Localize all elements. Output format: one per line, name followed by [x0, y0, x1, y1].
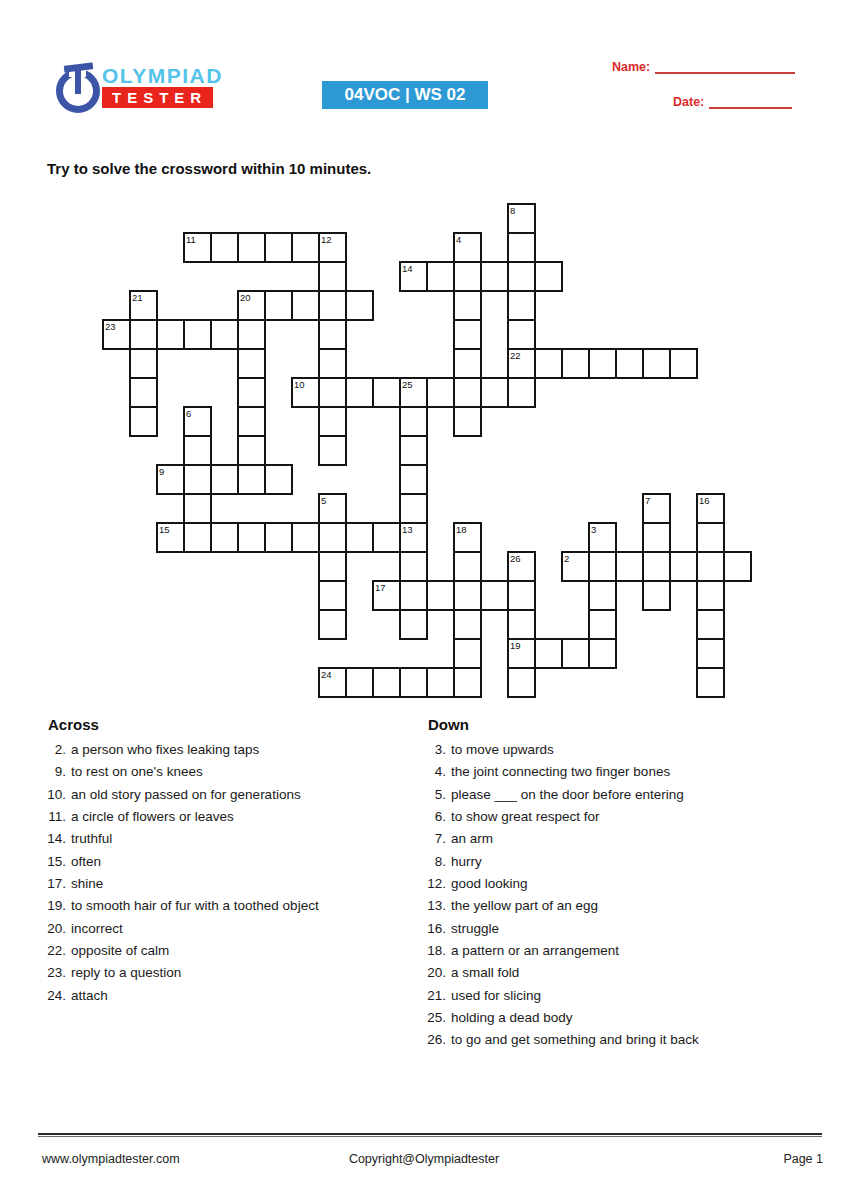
name-blank-line — [655, 59, 795, 74]
clue-item-25: 25.holding a dead body — [424, 1009, 814, 1031]
clue-text: a pattern or an arrangement — [451, 942, 619, 960]
cell-number-24: 24 — [321, 670, 332, 680]
clue-number: 23. — [44, 964, 66, 982]
clue-text: hurry — [451, 853, 482, 871]
clue-number: 19. — [44, 897, 66, 915]
grid-cell-r14c8[interactable] — [318, 609, 347, 640]
cell-number-17: 17 — [375, 583, 386, 593]
grid-cell-r1c7[interactable] — [291, 232, 320, 263]
grid-cell-r16c10[interactable] — [372, 667, 401, 698]
clue-item-24: 24.attach — [44, 987, 434, 1009]
grid-cell-r11c5[interactable] — [237, 522, 266, 553]
down-heading: Down — [428, 716, 469, 733]
logo-text-olympiad: OLYMPIAD — [102, 64, 223, 88]
clue-text: opposite of calm — [71, 942, 169, 960]
grid-cell-r6c14[interactable] — [480, 377, 509, 408]
across-heading: Across — [48, 716, 99, 733]
cell-number-20: 20 — [240, 293, 251, 303]
grid-cell-r11c10[interactable] — [372, 522, 401, 553]
clue-item-2: 2.a person who fixes leaking taps — [44, 741, 434, 763]
cell-number-11: 11 — [186, 235, 196, 245]
clue-item-13: 13.the yellow part of an egg — [424, 897, 814, 919]
grid-cell-r11c4[interactable] — [210, 522, 239, 553]
clue-text: an arm — [451, 830, 493, 848]
down-clue-list: 3.to move upwards4.the joint connecting … — [424, 741, 814, 1054]
grid-cell-r7c11[interactable] — [399, 406, 428, 437]
grid-cell-r3c9[interactable] — [345, 290, 374, 321]
grid-cell-r16c22[interactable] — [696, 667, 725, 698]
grid-cell-r5c8[interactable] — [318, 348, 347, 379]
grid-cell-r6c5[interactable] — [237, 377, 266, 408]
grid-cell-r7c1[interactable] — [129, 406, 158, 437]
logo-text-tester: TESTER — [102, 87, 213, 108]
grid-cell-r2c8[interactable] — [318, 261, 347, 292]
grid-cell-r10c3[interactable] — [183, 493, 212, 524]
grid-cell-r11c3[interactable] — [183, 522, 212, 553]
clue-number: 24. — [44, 987, 66, 1005]
grid-cell-r5c18[interactable] — [588, 348, 617, 379]
cell-number-8: 8 — [510, 206, 515, 216]
cell-number-2: 2 — [564, 554, 569, 564]
grid-cell-r3c7[interactable] — [291, 290, 320, 321]
cell-number-14: 14 — [402, 264, 413, 274]
grid-cell-r3c15[interactable] — [507, 290, 536, 321]
worksheet-code-badge: 04VOC | WS 02 — [322, 81, 488, 109]
cell-number-13: 13 — [402, 525, 413, 535]
clue-text: struggle — [451, 920, 499, 938]
clue-text: shine — [71, 875, 103, 893]
footer-copyright: Copyright@Olympiadtester — [0, 1152, 848, 1166]
grid-cell-r13c20[interactable] — [642, 580, 671, 611]
cell-number-21: 21 — [132, 293, 143, 303]
clue-item-6: 6.to show great respect for — [424, 808, 814, 830]
clue-text: the joint connecting two finger bones — [451, 763, 670, 781]
grid-cell-r12c13[interactable] — [453, 551, 482, 582]
footer-page-number: Page 1 — [783, 1152, 823, 1166]
grid-cell-r10c11[interactable] — [399, 493, 428, 524]
grid-cell-r12c23[interactable] — [723, 551, 752, 582]
grid-cell-r2c15[interactable] — [507, 261, 536, 292]
grid-cell-r6c15[interactable] — [507, 377, 536, 408]
grid-cell-r9c5[interactable] — [237, 464, 266, 495]
clue-item-17: 17.shine — [44, 875, 434, 897]
grid-cell-r2c14[interactable] — [480, 261, 509, 292]
cell-number-7: 7 — [645, 496, 650, 506]
cell-number-25: 25 — [402, 380, 413, 390]
grid-cell-r12c20[interactable] — [642, 551, 671, 582]
grid-cell-r13c8[interactable] — [318, 580, 347, 611]
cell-number-26: 26 — [510, 554, 521, 564]
clue-item-22: 22.opposite of calm — [44, 942, 434, 964]
clue-text: to show great respect for — [451, 808, 600, 826]
cell-number-18: 18 — [456, 525, 467, 535]
clue-number: 4. — [424, 763, 446, 781]
grid-cell-r14c22[interactable] — [696, 609, 725, 640]
grid-cell-r9c4[interactable] — [210, 464, 239, 495]
grid-cell-r14c11[interactable] — [399, 609, 428, 640]
grid-cell-r6c1[interactable] — [129, 377, 158, 408]
grid-cell-r16c11[interactable] — [399, 667, 428, 698]
grid-cell-r6c9[interactable] — [345, 377, 374, 408]
name-field: Name: — [612, 59, 795, 74]
grid-cell-r1c15[interactable] — [507, 232, 536, 263]
clue-text: reply to a question — [71, 964, 181, 982]
clue-item-8: 8.hurry — [424, 853, 814, 875]
grid-cell-r14c15[interactable] — [507, 609, 536, 640]
clue-text: a circle of flowers or leaves — [71, 808, 234, 826]
clue-item-21: 21.used for slicing — [424, 987, 814, 1009]
cell-number-10: 10 — [294, 380, 305, 390]
grid-cell-r7c8[interactable] — [318, 406, 347, 437]
grid-cell-r15c16[interactable] — [534, 638, 563, 669]
grid-cell-r14c13[interactable] — [453, 609, 482, 640]
clue-text: a person who fixes leaking taps — [71, 741, 259, 759]
date-blank-line — [709, 94, 792, 109]
grid-cell-r12c8[interactable] — [318, 551, 347, 582]
grid-cell-r1c5[interactable] — [237, 232, 266, 263]
grid-cell-r11c8[interactable] — [318, 522, 347, 553]
grid-cell-r5c13[interactable] — [453, 348, 482, 379]
cell-number-16: 16 — [699, 496, 710, 506]
clue-number: 25. — [424, 1009, 446, 1027]
clue-number: 10. — [44, 786, 66, 804]
grid-cell-r2c13[interactable] — [453, 261, 482, 292]
grid-cell-r6c13[interactable] — [453, 377, 482, 408]
grid-cell-r13c12[interactable] — [426, 580, 455, 611]
clue-text: often — [71, 853, 101, 871]
clue-item-26: 26.to go and get something and bring it … — [424, 1031, 814, 1053]
clue-text: incorrect — [71, 920, 123, 938]
grid-cell-r13c22[interactable] — [696, 580, 725, 611]
grid-cell-r5c21[interactable] — [669, 348, 698, 379]
clue-number: 6. — [424, 808, 446, 826]
grid-cell-r5c20[interactable] — [642, 348, 671, 379]
grid-cell-r12c19[interactable] — [615, 551, 644, 582]
clue-item-16: 16.struggle — [424, 920, 814, 942]
grid-cell-r4c3[interactable] — [183, 319, 212, 350]
clue-item-14: 14.truthful — [44, 830, 434, 852]
grid-cell-r16c9[interactable] — [345, 667, 374, 698]
olympiadtester-logo: OLYMPIAD TESTER — [56, 62, 246, 116]
clue-item-20: 20.incorrect — [44, 920, 434, 942]
grid-cell-r5c19[interactable] — [615, 348, 644, 379]
clue-number: 21. — [424, 987, 446, 1005]
grid-cell-r4c2[interactable] — [156, 319, 185, 350]
grid-cell-r13c14[interactable] — [480, 580, 509, 611]
clue-number: 18. — [424, 942, 446, 960]
grid-cell-r9c6[interactable] — [264, 464, 293, 495]
clue-item-20: 20.a small fold — [424, 964, 814, 986]
clue-number: 17. — [44, 875, 66, 893]
clue-text: to rest on one's knees — [71, 763, 203, 781]
grid-cell-r2c12[interactable] — [426, 261, 455, 292]
clue-item-7: 7.an arm — [424, 830, 814, 852]
clue-item-18: 18.a pattern or an arrangement — [424, 942, 814, 964]
grid-cell-r13c11[interactable] — [399, 580, 428, 611]
cell-number-9: 9 — [159, 467, 164, 477]
date-label: Date: — [673, 95, 704, 109]
clue-number: 22. — [44, 942, 66, 960]
grid-cell-r15c17[interactable] — [561, 638, 590, 669]
grid-cell-r4c15[interactable] — [507, 319, 536, 350]
clue-text: to go and get something and bring it bac… — [451, 1031, 699, 1049]
clue-item-12: 12.good looking — [424, 875, 814, 897]
grid-cell-r15c22[interactable] — [696, 638, 725, 669]
grid-cell-r12c18[interactable] — [588, 551, 617, 582]
grid-cell-r6c8[interactable] — [318, 377, 347, 408]
grid-cell-r16c15[interactable] — [507, 667, 536, 698]
crossword-grid: 8111241421202322102569571615131832621719… — [102, 203, 754, 701]
clue-number: 16. — [424, 920, 446, 938]
grid-cell-r16c13[interactable] — [453, 667, 482, 698]
grid-cell-r3c6[interactable] — [264, 290, 293, 321]
clue-text: the yellow part of an egg — [451, 897, 598, 915]
clue-text: truthful — [71, 830, 112, 848]
grid-cell-r4c13[interactable] — [453, 319, 482, 350]
grid-cell-r12c22[interactable] — [696, 551, 725, 582]
grid-cell-r2c16[interactable] — [534, 261, 563, 292]
cell-number-15: 15 — [159, 525, 170, 535]
cell-number-19: 19 — [510, 641, 521, 651]
clue-item-4: 4.the joint connecting two finger bones — [424, 763, 814, 785]
clue-number: 15. — [44, 853, 66, 871]
grid-cell-r6c10[interactable] — [372, 377, 401, 408]
cell-number-6: 6 — [186, 409, 191, 419]
clue-number: 20. — [424, 964, 446, 982]
grid-cell-r4c8[interactable] — [318, 319, 347, 350]
cell-number-5: 5 — [321, 496, 326, 506]
clue-number: 12. — [424, 875, 446, 893]
clue-text: a small fold — [451, 964, 519, 982]
grid-cell-r3c13[interactable] — [453, 290, 482, 321]
clue-item-15: 15.often — [44, 853, 434, 875]
grid-cell-r12c11[interactable] — [399, 551, 428, 582]
grid-cell-r5c16[interactable] — [534, 348, 563, 379]
grid-cell-r16c12[interactable] — [426, 667, 455, 698]
grid-cell-r7c5[interactable] — [237, 406, 266, 437]
grid-cell-r11c22[interactable] — [696, 522, 725, 553]
grid-cell-r1c6[interactable] — [264, 232, 293, 263]
clue-item-9: 9.to rest on one's knees — [44, 763, 434, 785]
across-clue-list: 2.a person who fixes leaking taps9.to re… — [44, 741, 434, 1009]
cell-number-12: 12 — [321, 235, 332, 245]
grid-cell-r12c21[interactable] — [669, 551, 698, 582]
clue-number: 11. — [44, 808, 66, 826]
grid-cell-r11c20[interactable] — [642, 522, 671, 553]
clue-text: to move upwards — [451, 741, 554, 759]
clue-item-10: 10.an old story passed on for generation… — [44, 786, 434, 808]
grid-cell-r5c5[interactable] — [237, 348, 266, 379]
cell-number-22: 22 — [510, 351, 521, 361]
grid-cell-r5c1[interactable] — [129, 348, 158, 379]
grid-cell-r7c13[interactable] — [453, 406, 482, 437]
clue-item-5: 5.please ___ on the door before entering — [424, 786, 814, 808]
cell-number-4: 4 — [456, 235, 461, 245]
clue-number: 13. — [424, 897, 446, 915]
grid-cell-r8c5[interactable] — [237, 435, 266, 466]
clue-number: 20. — [44, 920, 66, 938]
grid-cell-r9c3[interactable] — [183, 464, 212, 495]
clue-text: good looking — [451, 875, 528, 893]
grid-cell-r13c13[interactable] — [453, 580, 482, 611]
clue-item-11: 11.a circle of flowers or leaves — [44, 808, 434, 830]
grid-cell-r8c8[interactable] — [318, 435, 347, 466]
grid-cell-r6c12[interactable] — [426, 377, 455, 408]
clue-item-19: 19.to smooth hair of fur with a toothed … — [44, 897, 434, 919]
clue-number: 9. — [44, 763, 66, 781]
cell-number-3: 3 — [591, 525, 596, 535]
clue-number: 2. — [44, 741, 66, 759]
grid-cell-r11c6[interactable] — [264, 522, 293, 553]
clue-item-23: 23.reply to a question — [44, 964, 434, 986]
grid-cell-r14c18[interactable] — [588, 609, 617, 640]
grid-cell-r8c11[interactable] — [399, 435, 428, 466]
grid-cell-r13c18[interactable] — [588, 580, 617, 611]
clue-text: an old story passed on for generations — [71, 786, 301, 804]
clue-number: 7. — [424, 830, 446, 848]
clue-number: 14. — [44, 830, 66, 848]
grid-cell-r9c11[interactable] — [399, 464, 428, 495]
clue-text: attach — [71, 987, 108, 1005]
grid-cell-r4c4[interactable] — [210, 319, 239, 350]
grid-cell-r11c9[interactable] — [345, 522, 374, 553]
grid-cell-r13c15[interactable] — [507, 580, 536, 611]
clue-item-3: 3.to move upwards — [424, 741, 814, 763]
grid-cell-r8c3[interactable] — [183, 435, 212, 466]
cell-number-23: 23 — [105, 322, 116, 332]
footer-divider — [38, 1133, 822, 1137]
clue-text: used for slicing — [451, 987, 541, 1005]
clue-number: 3. — [424, 741, 446, 759]
clue-text: please ___ on the door before entering — [451, 786, 684, 804]
grid-cell-r15c13[interactable] — [453, 638, 482, 669]
clue-number: 5. — [424, 786, 446, 804]
grid-cell-r5c17[interactable] — [561, 348, 590, 379]
grid-cell-r4c5[interactable] — [237, 319, 266, 350]
clue-text: holding a dead body — [451, 1009, 573, 1027]
grid-cell-r3c8[interactable] — [318, 290, 347, 321]
grid-cell-r1c4[interactable] — [210, 232, 239, 263]
grid-cell-r11c7[interactable] — [291, 522, 320, 553]
clue-text: to smooth hair of fur with a toothed obj… — [71, 897, 319, 915]
clue-number: 26. — [424, 1031, 446, 1049]
instruction-text: Try to solve the crossword within 10 min… — [47, 160, 371, 177]
name-label: Name: — [612, 60, 650, 74]
clue-number: 8. — [424, 853, 446, 871]
date-field: Date: — [673, 94, 792, 109]
grid-cell-r15c18[interactable] — [588, 638, 617, 669]
grid-cell-r4c1[interactable] — [129, 319, 158, 350]
